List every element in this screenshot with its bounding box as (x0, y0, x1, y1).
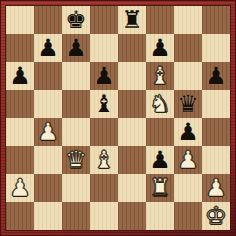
square-g8[interactable] (174, 6, 202, 34)
square-e4[interactable] (118, 118, 146, 146)
square-c6[interactable] (62, 62, 90, 90)
black-pawn-g4: ♟ (177, 118, 199, 146)
square-h4[interactable] (202, 118, 230, 146)
chess-board-frame: ♚♜♟♟♟♟♟♝♟♝♞♛♟♟♛♝♟♟♟♜♟♚ (0, 0, 236, 236)
square-g1[interactable] (174, 202, 202, 230)
square-c3[interactable]: ♛ (62, 146, 90, 174)
square-f8[interactable] (146, 6, 174, 34)
square-d2[interactable] (90, 174, 118, 202)
square-f4[interactable] (146, 118, 174, 146)
square-f2[interactable]: ♜ (146, 174, 174, 202)
square-e5[interactable] (118, 90, 146, 118)
square-h2[interactable]: ♟ (202, 174, 230, 202)
square-h5[interactable] (202, 90, 230, 118)
square-h1[interactable]: ♚ (202, 202, 230, 230)
white-pawn-g3: ♟ (177, 146, 199, 174)
square-a8[interactable] (6, 6, 34, 34)
square-f5[interactable]: ♞ (146, 90, 174, 118)
square-d5[interactable]: ♝ (90, 90, 118, 118)
square-c4[interactable] (62, 118, 90, 146)
white-pawn-b4: ♟ (37, 118, 59, 146)
white-king-h1: ♚ (205, 202, 227, 230)
square-b3[interactable] (34, 146, 62, 174)
square-g4[interactable]: ♟ (174, 118, 202, 146)
square-h3[interactable] (202, 146, 230, 174)
black-pawn-a6: ♟ (9, 62, 31, 90)
square-b1[interactable] (34, 202, 62, 230)
white-rook-f2: ♜ (149, 174, 171, 202)
square-g7[interactable] (174, 34, 202, 62)
black-pawn-c7: ♟ (65, 34, 87, 62)
square-f1[interactable] (146, 202, 174, 230)
square-h6[interactable]: ♟ (202, 62, 230, 90)
square-d4[interactable] (90, 118, 118, 146)
square-f6[interactable]: ♝ (146, 62, 174, 90)
square-c2[interactable] (62, 174, 90, 202)
square-a1[interactable] (6, 202, 34, 230)
square-e1[interactable] (118, 202, 146, 230)
white-pawn-a2: ♟ (9, 174, 31, 202)
square-c7[interactable]: ♟ (62, 34, 90, 62)
square-b6[interactable] (34, 62, 62, 90)
black-pawn-h6: ♟ (205, 62, 227, 90)
square-f3[interactable]: ♟ (146, 146, 174, 174)
square-f7[interactable]: ♟ (146, 34, 174, 62)
square-a6[interactable]: ♟ (6, 62, 34, 90)
square-a7[interactable] (6, 34, 34, 62)
black-queen-g5: ♛ (177, 90, 199, 118)
white-queen-c3: ♛ (65, 146, 87, 174)
square-a3[interactable] (6, 146, 34, 174)
square-c8[interactable]: ♚ (62, 6, 90, 34)
white-bishop-f6: ♝ (149, 62, 171, 90)
square-g6[interactable] (174, 62, 202, 90)
black-bishop-d5: ♝ (93, 90, 115, 118)
square-h8[interactable] (202, 6, 230, 34)
square-e3[interactable] (118, 146, 146, 174)
square-d3[interactable]: ♝ (90, 146, 118, 174)
square-d1[interactable] (90, 202, 118, 230)
square-g2[interactable] (174, 174, 202, 202)
square-b7[interactable]: ♟ (34, 34, 62, 62)
square-d8[interactable] (90, 6, 118, 34)
square-b4[interactable]: ♟ (34, 118, 62, 146)
square-d6[interactable]: ♟ (90, 62, 118, 90)
black-pawn-b7: ♟ (37, 34, 59, 62)
square-c5[interactable] (62, 90, 90, 118)
square-g3[interactable]: ♟ (174, 146, 202, 174)
square-c1[interactable] (62, 202, 90, 230)
chess-board: ♚♜♟♟♟♟♟♝♟♝♞♛♟♟♛♝♟♟♟♜♟♚ (6, 6, 230, 230)
black-rook-e8: ♜ (121, 6, 143, 34)
square-d7[interactable] (90, 34, 118, 62)
white-bishop-d3: ♝ (93, 146, 115, 174)
square-h7[interactable] (202, 34, 230, 62)
black-king-c8: ♚ (65, 6, 87, 34)
square-e6[interactable] (118, 62, 146, 90)
square-a4[interactable] (6, 118, 34, 146)
black-pawn-f7: ♟ (149, 34, 171, 62)
square-a2[interactable]: ♟ (6, 174, 34, 202)
square-e8[interactable]: ♜ (118, 6, 146, 34)
square-b8[interactable] (34, 6, 62, 34)
square-a5[interactable] (6, 90, 34, 118)
square-e7[interactable] (118, 34, 146, 62)
black-pawn-f3: ♟ (149, 146, 171, 174)
black-pawn-d6: ♟ (93, 62, 115, 90)
white-pawn-h2: ♟ (205, 174, 227, 202)
square-g5[interactable]: ♛ (174, 90, 202, 118)
square-e2[interactable] (118, 174, 146, 202)
square-b2[interactable] (34, 174, 62, 202)
white-knight-f5: ♞ (149, 90, 171, 118)
square-b5[interactable] (34, 90, 62, 118)
